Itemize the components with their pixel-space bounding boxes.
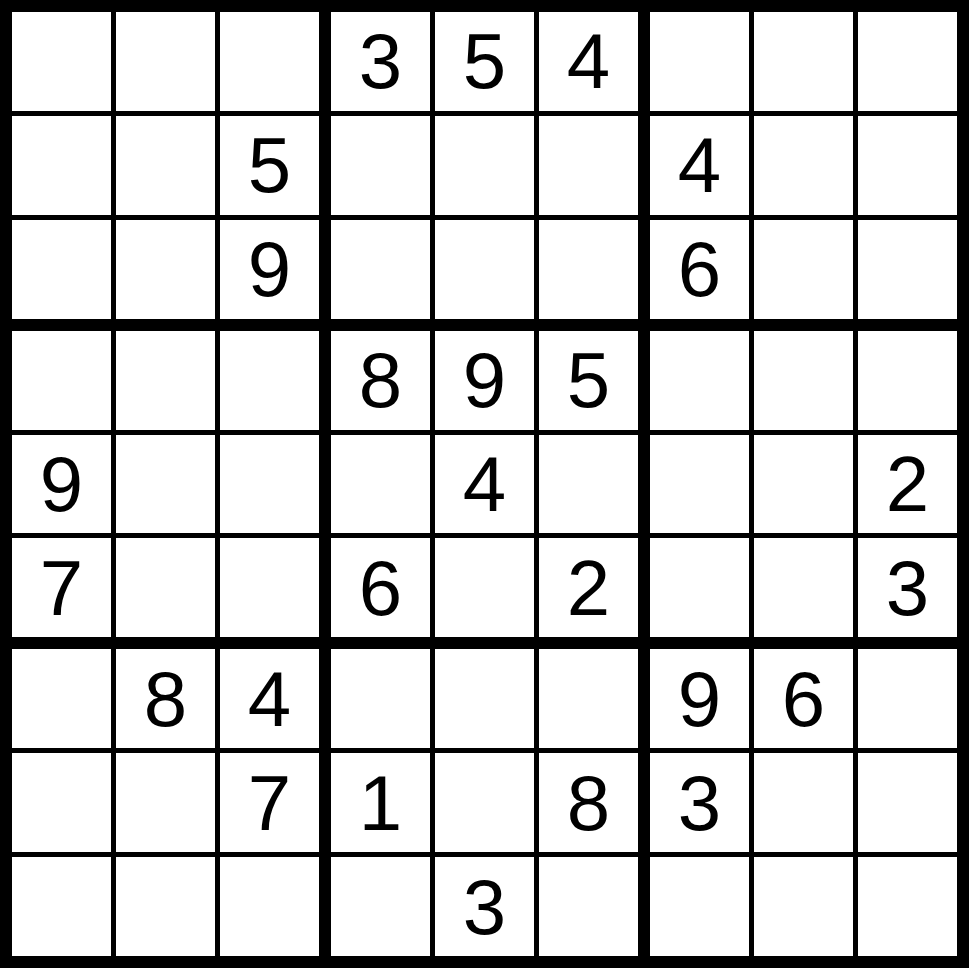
- box-r1c1: 59: [12, 12, 319, 319]
- cell-r4c6: 5: [539, 331, 638, 430]
- cell-r6c2[interactable]: [116, 538, 215, 637]
- cell-r4c3[interactable]: [220, 331, 319, 430]
- cell-r2c6[interactable]: [539, 116, 638, 215]
- cell-r6c5[interactable]: [435, 538, 534, 637]
- box-r3c3: 963: [650, 649, 957, 956]
- cell-r7c8: 6: [754, 649, 853, 748]
- cell-r5c6[interactable]: [539, 435, 638, 534]
- cell-r9c5: 3: [435, 857, 534, 956]
- cell-r1c3[interactable]: [220, 12, 319, 111]
- box-r3c1: 847: [12, 649, 319, 956]
- cell-r2c2[interactable]: [116, 116, 215, 215]
- cell-r4c7[interactable]: [650, 331, 749, 430]
- cell-r9c6[interactable]: [539, 857, 638, 956]
- cell-r6c9: 3: [858, 538, 957, 637]
- cell-r5c3[interactable]: [220, 435, 319, 534]
- sudoku-board: 59354469789546223847183963: [0, 0, 969, 968]
- cell-r6c4: 6: [331, 538, 430, 637]
- cell-r8c6: 8: [539, 753, 638, 852]
- cell-r7c2: 8: [116, 649, 215, 748]
- cell-r5c4[interactable]: [331, 435, 430, 534]
- cell-r2c7: 4: [650, 116, 749, 215]
- cell-r8c3: 7: [220, 753, 319, 852]
- box-r2c1: 97: [12, 331, 319, 638]
- cell-r1c8[interactable]: [754, 12, 853, 111]
- cell-r5c8[interactable]: [754, 435, 853, 534]
- cell-r8c4: 1: [331, 753, 430, 852]
- cell-r3c7: 6: [650, 220, 749, 319]
- cell-r3c5[interactable]: [435, 220, 534, 319]
- cell-r3c3: 9: [220, 220, 319, 319]
- cell-r1c7[interactable]: [650, 12, 749, 111]
- cell-r9c9[interactable]: [858, 857, 957, 956]
- cell-r2c4[interactable]: [331, 116, 430, 215]
- cell-r4c2[interactable]: [116, 331, 215, 430]
- cell-r2c3: 5: [220, 116, 319, 215]
- cell-r8c2[interactable]: [116, 753, 215, 852]
- cell-r1c1[interactable]: [12, 12, 111, 111]
- cell-r2c9[interactable]: [858, 116, 957, 215]
- box-r1c2: 354: [331, 12, 638, 319]
- cell-r4c5: 9: [435, 331, 534, 430]
- cell-r5c2[interactable]: [116, 435, 215, 534]
- cell-r9c8[interactable]: [754, 857, 853, 956]
- cell-r4c8[interactable]: [754, 331, 853, 430]
- cell-r8c9[interactable]: [858, 753, 957, 852]
- box-r2c2: 895462: [331, 331, 638, 638]
- cell-r7c9[interactable]: [858, 649, 957, 748]
- cell-r2c5[interactable]: [435, 116, 534, 215]
- cell-r8c5[interactable]: [435, 753, 534, 852]
- box-r3c2: 183: [331, 649, 638, 956]
- cell-r7c5[interactable]: [435, 649, 534, 748]
- cell-r1c4: 3: [331, 12, 430, 111]
- cell-r9c3[interactable]: [220, 857, 319, 956]
- cell-r8c1[interactable]: [12, 753, 111, 852]
- cell-r4c9[interactable]: [858, 331, 957, 430]
- cell-r1c6: 4: [539, 12, 638, 111]
- cell-r1c2[interactable]: [116, 12, 215, 111]
- cell-r7c6[interactable]: [539, 649, 638, 748]
- cell-r7c3: 4: [220, 649, 319, 748]
- cell-r9c2[interactable]: [116, 857, 215, 956]
- cell-r2c8[interactable]: [754, 116, 853, 215]
- cell-r2c1[interactable]: [12, 116, 111, 215]
- cell-r3c9[interactable]: [858, 220, 957, 319]
- cell-r6c3[interactable]: [220, 538, 319, 637]
- cell-r7c4[interactable]: [331, 649, 430, 748]
- cell-r4c4: 8: [331, 331, 430, 430]
- cell-r8c8[interactable]: [754, 753, 853, 852]
- cell-r5c1: 9: [12, 435, 111, 534]
- cell-r5c9: 2: [858, 435, 957, 534]
- cell-r5c7[interactable]: [650, 435, 749, 534]
- cell-r3c1[interactable]: [12, 220, 111, 319]
- cell-r7c7: 9: [650, 649, 749, 748]
- cell-r7c1[interactable]: [12, 649, 111, 748]
- box-r1c3: 46: [650, 12, 957, 319]
- cell-r9c7[interactable]: [650, 857, 749, 956]
- cell-r5c5: 4: [435, 435, 534, 534]
- cell-r9c1[interactable]: [12, 857, 111, 956]
- cell-r3c6[interactable]: [539, 220, 638, 319]
- cell-r1c9[interactable]: [858, 12, 957, 111]
- cell-r6c6: 2: [539, 538, 638, 637]
- cell-r3c2[interactable]: [116, 220, 215, 319]
- cell-r1c5: 5: [435, 12, 534, 111]
- cell-r8c7: 3: [650, 753, 749, 852]
- cell-r3c8[interactable]: [754, 220, 853, 319]
- cell-r6c7[interactable]: [650, 538, 749, 637]
- cell-r6c1: 7: [12, 538, 111, 637]
- cell-r4c1[interactable]: [12, 331, 111, 430]
- box-r2c3: 23: [650, 331, 957, 638]
- cell-r3c4[interactable]: [331, 220, 430, 319]
- cell-r6c8[interactable]: [754, 538, 853, 637]
- cell-r9c4[interactable]: [331, 857, 430, 956]
